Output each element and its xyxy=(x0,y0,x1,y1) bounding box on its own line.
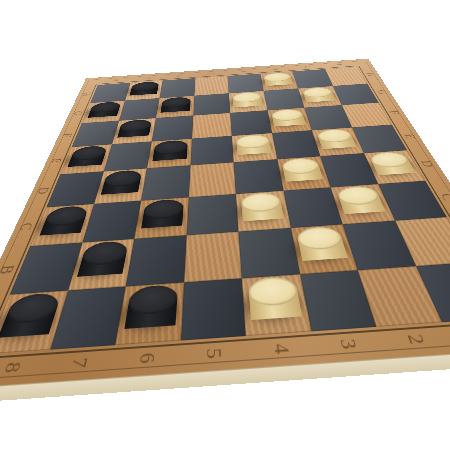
col-label-bottom-1: 1 xyxy=(442,320,450,351)
row-label-left-F-text: F xyxy=(60,133,74,138)
col-label-bottom-2: 2 xyxy=(377,324,450,355)
square-F7[interactable] xyxy=(112,118,156,144)
row-label-right-H-text: H xyxy=(364,72,377,76)
square-D6[interactable] xyxy=(141,165,190,200)
col-label-bottom-8: 8 xyxy=(0,352,49,384)
square-E7[interactable] xyxy=(104,141,152,171)
board-scene: HHGGFFEEDDCCBBAA8877665544332211 xyxy=(0,0,450,368)
row-label-right-G-text: G xyxy=(374,90,388,95)
square-F4[interactable] xyxy=(230,110,272,135)
square-G1[interactable] xyxy=(333,83,379,105)
square-E6[interactable] xyxy=(147,138,192,168)
row-label-left-E-text: E xyxy=(48,158,64,164)
square-F5[interactable] xyxy=(192,113,232,139)
square-B4[interactable] xyxy=(238,228,299,278)
row-label-left-G-text: G xyxy=(70,111,84,116)
square-D7[interactable] xyxy=(94,168,147,203)
col-label-top-5-text: 5 xyxy=(207,72,215,74)
col-label-top-2-text: 2 xyxy=(303,66,311,68)
col-label-bottom-7: 7 xyxy=(41,347,115,379)
row-label-left-H-text: H xyxy=(80,92,93,96)
col-label-bottom-3: 3 xyxy=(311,329,385,360)
row-label-right-D-text: D xyxy=(417,160,436,167)
col-label-bottom-4: 4 xyxy=(246,333,317,365)
photo-canvas: HHGGFFEEDDCCBBAA8877665544332211 xyxy=(0,0,450,450)
square-D4[interactable] xyxy=(234,159,284,194)
board-side-edge xyxy=(0,347,450,405)
col-label-bottom-5: 5 xyxy=(179,338,248,370)
square-G6[interactable] xyxy=(156,96,194,118)
square-D5[interactable] xyxy=(188,162,235,197)
square-A5[interactable] xyxy=(180,278,245,341)
col-label-bottom-4-text: 4 xyxy=(268,343,294,355)
col-label-top-7-text: 7 xyxy=(143,77,151,79)
col-label-top-4-text: 4 xyxy=(239,70,247,72)
row-label-left-D-text: D xyxy=(33,187,51,195)
row-label-right-F-text: F xyxy=(387,110,402,114)
row-label-right-E-text: E xyxy=(401,133,418,138)
col-label-top-8-text: 8 xyxy=(111,79,119,81)
square-G5[interactable] xyxy=(193,93,230,115)
col-label-top-3-text: 3 xyxy=(271,68,279,70)
square-G4[interactable] xyxy=(229,91,267,113)
col-label-top-1-text: 1 xyxy=(335,63,344,65)
square-E5[interactable] xyxy=(190,136,233,166)
col-label-bottom-7-text: 7 xyxy=(65,357,92,369)
square-B5[interactable] xyxy=(184,232,242,282)
square-A6[interactable] xyxy=(115,282,184,345)
row-label-left-B-text: B xyxy=(0,265,18,275)
square-E4[interactable] xyxy=(232,133,277,162)
col-label-bottom-6: 6 xyxy=(110,342,180,374)
col-label-bottom-2-text: 2 xyxy=(401,333,429,345)
square-F1[interactable] xyxy=(342,103,392,128)
square-C6[interactable] xyxy=(134,197,188,239)
col-label-bottom-3-text: 3 xyxy=(334,338,361,350)
row-label-right-C-text: C xyxy=(437,193,450,201)
square-B6[interactable] xyxy=(126,235,187,286)
col-label-bottom-5-text: 5 xyxy=(201,347,225,359)
col-label-top-6-text: 6 xyxy=(175,75,183,77)
square-C5[interactable] xyxy=(186,194,238,235)
square-C4[interactable] xyxy=(236,190,291,231)
checkers-board: HHGGFFEEDDCCBBAA8877665544332211 xyxy=(0,59,450,390)
col-label-bottom-6-text: 6 xyxy=(133,352,158,364)
row-label-left-C-text: C xyxy=(17,222,37,231)
square-F6[interactable] xyxy=(152,115,193,141)
col-label-bottom-8-text: 8 xyxy=(0,361,26,373)
